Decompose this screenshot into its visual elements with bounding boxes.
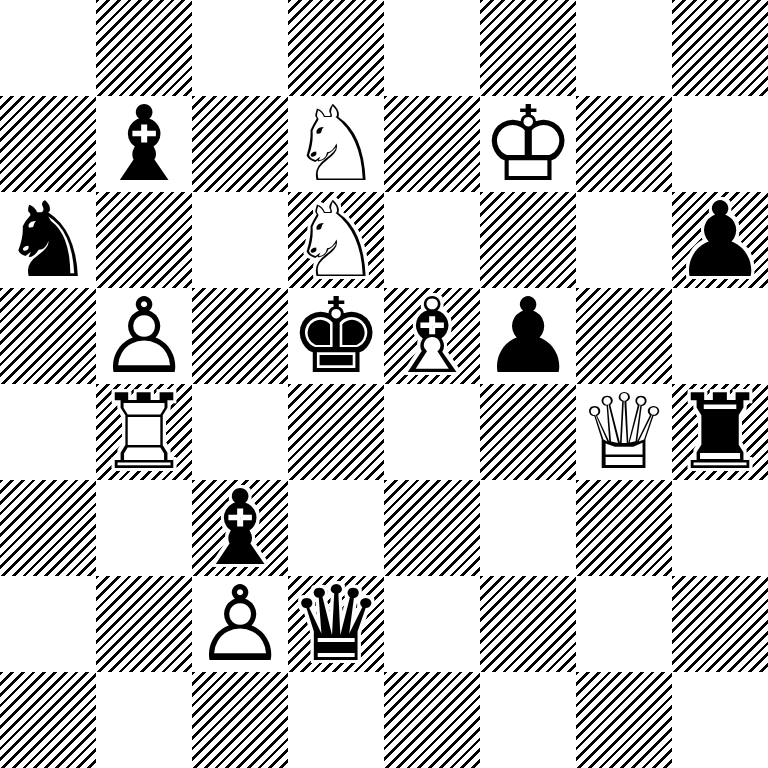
square-e4[interactable] [384, 384, 480, 480]
square-f4[interactable] [480, 384, 576, 480]
square-e5[interactable]: ♝♗ [384, 288, 480, 384]
square-a4[interactable] [0, 384, 96, 480]
piece-black-queen[interactable]: ♛♛ [288, 576, 384, 672]
square-e3[interactable] [384, 480, 480, 576]
square-c6[interactable] [192, 192, 288, 288]
square-e8[interactable] [384, 0, 480, 96]
square-h6[interactable]: ♟♟ [672, 192, 768, 288]
black-king-silhouette: ♚ [288, 288, 384, 384]
square-e6[interactable] [384, 192, 480, 288]
piece-white-pawn[interactable]: ♟♙ [192, 576, 288, 672]
white-bishop-silhouette: ♝ [384, 288, 480, 384]
white-rook-silhouette: ♜ [96, 384, 192, 480]
square-a7[interactable] [0, 96, 96, 192]
white-king-silhouette: ♚ [480, 96, 576, 192]
square-e1[interactable] [384, 672, 480, 768]
piece-black-rook[interactable]: ♜♜ [672, 384, 768, 480]
square-d7[interactable]: ♞♘ [288, 96, 384, 192]
piece-white-knight[interactable]: ♞♘ [288, 192, 384, 288]
black-queen-icon: ♛ [288, 576, 384, 672]
square-c2[interactable]: ♟♙ [192, 576, 288, 672]
square-f1[interactable] [480, 672, 576, 768]
piece-black-bishop[interactable]: ♝♝ [96, 96, 192, 192]
square-b5[interactable]: ♟♙ [96, 288, 192, 384]
piece-black-king[interactable]: ♚♚ [288, 288, 384, 384]
black-pawn-icon: ♟ [672, 192, 768, 288]
square-f7[interactable]: ♚♔ [480, 96, 576, 192]
square-b3[interactable] [96, 480, 192, 576]
chess-board: ♝♝♞♘♚♔♞♞♞♘♟♟♟♙♚♚♝♗♟♟♜♖♛♕♜♜♝♝♟♙♛♛ [0, 0, 768, 768]
square-g7[interactable] [576, 96, 672, 192]
square-b4[interactable]: ♜♖ [96, 384, 192, 480]
black-knight-icon: ♞ [0, 192, 96, 288]
square-h5[interactable] [672, 288, 768, 384]
square-c7[interactable] [192, 96, 288, 192]
square-a1[interactable] [0, 672, 96, 768]
white-queen-silhouette: ♛ [576, 384, 672, 480]
white-bishop-icon: ♗ [384, 288, 480, 384]
piece-black-pawn[interactable]: ♟♟ [672, 192, 768, 288]
white-pawn-icon: ♙ [96, 288, 192, 384]
square-h4[interactable]: ♜♜ [672, 384, 768, 480]
square-h1[interactable] [672, 672, 768, 768]
white-knight-silhouette: ♞ [288, 192, 384, 288]
white-king-icon: ♔ [480, 96, 576, 192]
square-h8[interactable] [672, 0, 768, 96]
piece-white-rook[interactable]: ♜♖ [96, 384, 192, 480]
square-c4[interactable] [192, 384, 288, 480]
square-c3[interactable]: ♝♝ [192, 480, 288, 576]
white-pawn-silhouette: ♟ [192, 576, 288, 672]
square-g8[interactable] [576, 0, 672, 96]
square-a6[interactable]: ♞♞ [0, 192, 96, 288]
square-c1[interactable] [192, 672, 288, 768]
square-a3[interactable] [0, 480, 96, 576]
square-d8[interactable] [288, 0, 384, 96]
piece-white-queen[interactable]: ♛♕ [576, 384, 672, 480]
square-d3[interactable] [288, 480, 384, 576]
square-c5[interactable] [192, 288, 288, 384]
black-bishop-silhouette: ♝ [192, 480, 288, 576]
square-d1[interactable] [288, 672, 384, 768]
square-b8[interactable] [96, 0, 192, 96]
square-g1[interactable] [576, 672, 672, 768]
square-d6[interactable]: ♞♘ [288, 192, 384, 288]
square-b7[interactable]: ♝♝ [96, 96, 192, 192]
square-f2[interactable] [480, 576, 576, 672]
square-f5[interactable]: ♟♟ [480, 288, 576, 384]
black-pawn-silhouette: ♟ [672, 192, 768, 288]
square-f8[interactable] [480, 0, 576, 96]
piece-white-pawn[interactable]: ♟♙ [96, 288, 192, 384]
white-knight-icon: ♘ [288, 192, 384, 288]
piece-black-knight[interactable]: ♞♞ [0, 192, 96, 288]
square-b2[interactable] [96, 576, 192, 672]
black-bishop-icon: ♝ [96, 96, 192, 192]
black-rook-silhouette: ♜ [672, 384, 768, 480]
square-b6[interactable] [96, 192, 192, 288]
piece-white-knight[interactable]: ♞♘ [288, 96, 384, 192]
white-rook-icon: ♖ [96, 384, 192, 480]
black-bishop-silhouette: ♝ [96, 96, 192, 192]
black-pawn-silhouette: ♟ [480, 288, 576, 384]
square-d2[interactable]: ♛♛ [288, 576, 384, 672]
black-rook-icon: ♜ [672, 384, 768, 480]
square-g2[interactable] [576, 576, 672, 672]
square-g6[interactable] [576, 192, 672, 288]
black-queen-silhouette: ♛ [288, 576, 384, 672]
square-d5[interactable]: ♚♚ [288, 288, 384, 384]
piece-black-bishop[interactable]: ♝♝ [192, 480, 288, 576]
black-pawn-icon: ♟ [480, 288, 576, 384]
white-knight-silhouette: ♞ [288, 96, 384, 192]
white-queen-icon: ♕ [576, 384, 672, 480]
square-c8[interactable] [192, 0, 288, 96]
black-bishop-icon: ♝ [192, 480, 288, 576]
square-h2[interactable] [672, 576, 768, 672]
square-g5[interactable] [576, 288, 672, 384]
white-knight-icon: ♘ [288, 96, 384, 192]
square-e2[interactable] [384, 576, 480, 672]
square-a2[interactable] [0, 576, 96, 672]
black-knight-silhouette: ♞ [0, 192, 96, 288]
square-d4[interactable] [288, 384, 384, 480]
piece-white-king[interactable]: ♚♔ [480, 96, 576, 192]
square-g4[interactable]: ♛♕ [576, 384, 672, 480]
black-king-icon: ♚ [288, 288, 384, 384]
square-h3[interactable] [672, 480, 768, 576]
square-a8[interactable] [0, 0, 96, 96]
square-h7[interactable] [672, 96, 768, 192]
square-f3[interactable] [480, 480, 576, 576]
square-g3[interactable] [576, 480, 672, 576]
square-e7[interactable] [384, 96, 480, 192]
square-f6[interactable] [480, 192, 576, 288]
piece-black-pawn[interactable]: ♟♟ [480, 288, 576, 384]
square-a5[interactable] [0, 288, 96, 384]
piece-white-bishop[interactable]: ♝♗ [384, 288, 480, 384]
white-pawn-icon: ♙ [192, 576, 288, 672]
square-b1[interactable] [96, 672, 192, 768]
white-pawn-silhouette: ♟ [96, 288, 192, 384]
